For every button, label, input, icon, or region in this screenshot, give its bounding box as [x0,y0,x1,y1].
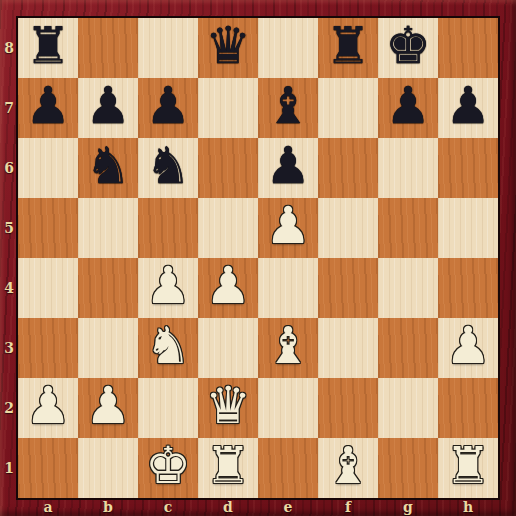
square-e1[interactable] [258,438,318,498]
white-rook[interactable]: ♜ [445,436,491,496]
square-g5[interactable] [378,198,438,258]
square-b3[interactable] [78,318,138,378]
square-h1[interactable]: ♜ [438,438,498,498]
square-f5[interactable] [318,198,378,258]
square-g1[interactable] [378,438,438,498]
file-label-h: h [438,498,498,516]
square-d5[interactable] [198,198,258,258]
black-pawn[interactable]: ♟ [445,76,491,136]
black-pawn[interactable]: ♟ [85,76,131,136]
file-label-d: d [198,498,258,516]
square-f6[interactable] [318,138,378,198]
square-c3[interactable]: ♞ [138,318,198,378]
square-a8[interactable]: ♜ [18,18,78,78]
rank-label-8: 8 [0,18,18,78]
file-label-c: c [138,498,198,516]
white-bishop[interactable]: ♝ [325,436,371,496]
square-e3[interactable]: ♝ [258,318,318,378]
black-knight[interactable]: ♞ [145,136,191,196]
black-queen[interactable]: ♛ [205,16,251,76]
square-d6[interactable] [198,138,258,198]
square-d8[interactable]: ♛ [198,18,258,78]
square-c6[interactable]: ♞ [138,138,198,198]
rank-labels: 87654321 [0,18,18,498]
square-b7[interactable]: ♟ [78,78,138,138]
file-label-a: a [18,498,78,516]
square-d7[interactable] [198,78,258,138]
square-h6[interactable] [438,138,498,198]
white-rook[interactable]: ♜ [205,436,251,496]
square-f1[interactable]: ♝ [318,438,378,498]
square-e2[interactable] [258,378,318,438]
rank-label-1: 1 [0,438,18,498]
square-h8[interactable] [438,18,498,78]
square-d1[interactable]: ♜ [198,438,258,498]
square-e4[interactable] [258,258,318,318]
square-a5[interactable] [18,198,78,258]
white-pawn[interactable]: ♟ [145,256,191,316]
square-e7[interactable]: ♝ [258,78,318,138]
square-e6[interactable]: ♟ [258,138,318,198]
square-e8[interactable] [258,18,318,78]
rank-label-7: 7 [0,78,18,138]
black-pawn[interactable]: ♟ [25,76,71,136]
square-g2[interactable] [378,378,438,438]
square-a2[interactable]: ♟ [18,378,78,438]
square-h7[interactable]: ♟ [438,78,498,138]
square-a6[interactable] [18,138,78,198]
square-h5[interactable] [438,198,498,258]
square-d2[interactable]: ♛ [198,378,258,438]
file-label-f: f [318,498,378,516]
white-pawn[interactable]: ♟ [85,376,131,436]
file-label-b: b [78,498,138,516]
square-b1[interactable] [78,438,138,498]
black-knight[interactable]: ♞ [85,136,131,196]
white-knight[interactable]: ♞ [145,316,191,376]
rank-label-2: 2 [0,378,18,438]
square-e5[interactable]: ♟ [258,198,318,258]
square-b2[interactable]: ♟ [78,378,138,438]
square-c4[interactable]: ♟ [138,258,198,318]
white-king[interactable]: ♚ [145,436,191,496]
square-c7[interactable]: ♟ [138,78,198,138]
white-queen[interactable]: ♛ [205,376,251,436]
black-rook[interactable]: ♜ [25,16,71,76]
square-c2[interactable] [138,378,198,438]
square-c5[interactable] [138,198,198,258]
square-h2[interactable] [438,378,498,438]
square-b4[interactable] [78,258,138,318]
white-pawn[interactable]: ♟ [25,376,71,436]
square-d4[interactable]: ♟ [198,258,258,318]
square-f8[interactable]: ♜ [318,18,378,78]
black-bishop[interactable]: ♝ [265,76,311,136]
rank-label-5: 5 [0,198,18,258]
square-a7[interactable]: ♟ [18,78,78,138]
black-king[interactable]: ♚ [385,16,431,76]
black-pawn[interactable]: ♟ [145,76,191,136]
chess-board-frame: ♜♛♜♚♟♟♟♝♟♟♞♞♟♟♟♟♞♝♟♟♟♛♚♜♝♜ 87654321 abcd… [0,0,516,516]
black-rook[interactable]: ♜ [325,16,371,76]
square-g8[interactable]: ♚ [378,18,438,78]
square-f7[interactable] [318,78,378,138]
square-c1[interactable]: ♚ [138,438,198,498]
file-labels: abcdefgh [18,498,498,516]
file-label-g: g [378,498,438,516]
file-label-e: e [258,498,318,516]
square-g3[interactable] [378,318,438,378]
square-c8[interactable] [138,18,198,78]
white-pawn[interactable]: ♟ [445,316,491,376]
square-b6[interactable]: ♞ [78,138,138,198]
square-f2[interactable] [318,378,378,438]
rank-label-6: 6 [0,138,18,198]
white-bishop[interactable]: ♝ [265,316,311,376]
black-pawn[interactable]: ♟ [265,136,311,196]
square-b5[interactable] [78,198,138,258]
white-pawn[interactable]: ♟ [265,196,311,256]
square-h3[interactable]: ♟ [438,318,498,378]
chess-board: ♜♛♜♚♟♟♟♝♟♟♞♞♟♟♟♟♞♝♟♟♟♛♚♜♝♜ [18,18,498,498]
rank-label-3: 3 [0,318,18,378]
square-f3[interactable] [318,318,378,378]
square-h4[interactable] [438,258,498,318]
square-a1[interactable] [18,438,78,498]
square-g7[interactable]: ♟ [378,78,438,138]
square-d3[interactable] [198,318,258,378]
square-a4[interactable] [18,258,78,318]
black-pawn[interactable]: ♟ [385,76,431,136]
square-f4[interactable] [318,258,378,318]
square-g6[interactable] [378,138,438,198]
square-b8[interactable] [78,18,138,78]
rank-label-4: 4 [0,258,18,318]
white-pawn[interactable]: ♟ [205,256,251,316]
square-a3[interactable] [18,318,78,378]
square-g4[interactable] [378,258,438,318]
